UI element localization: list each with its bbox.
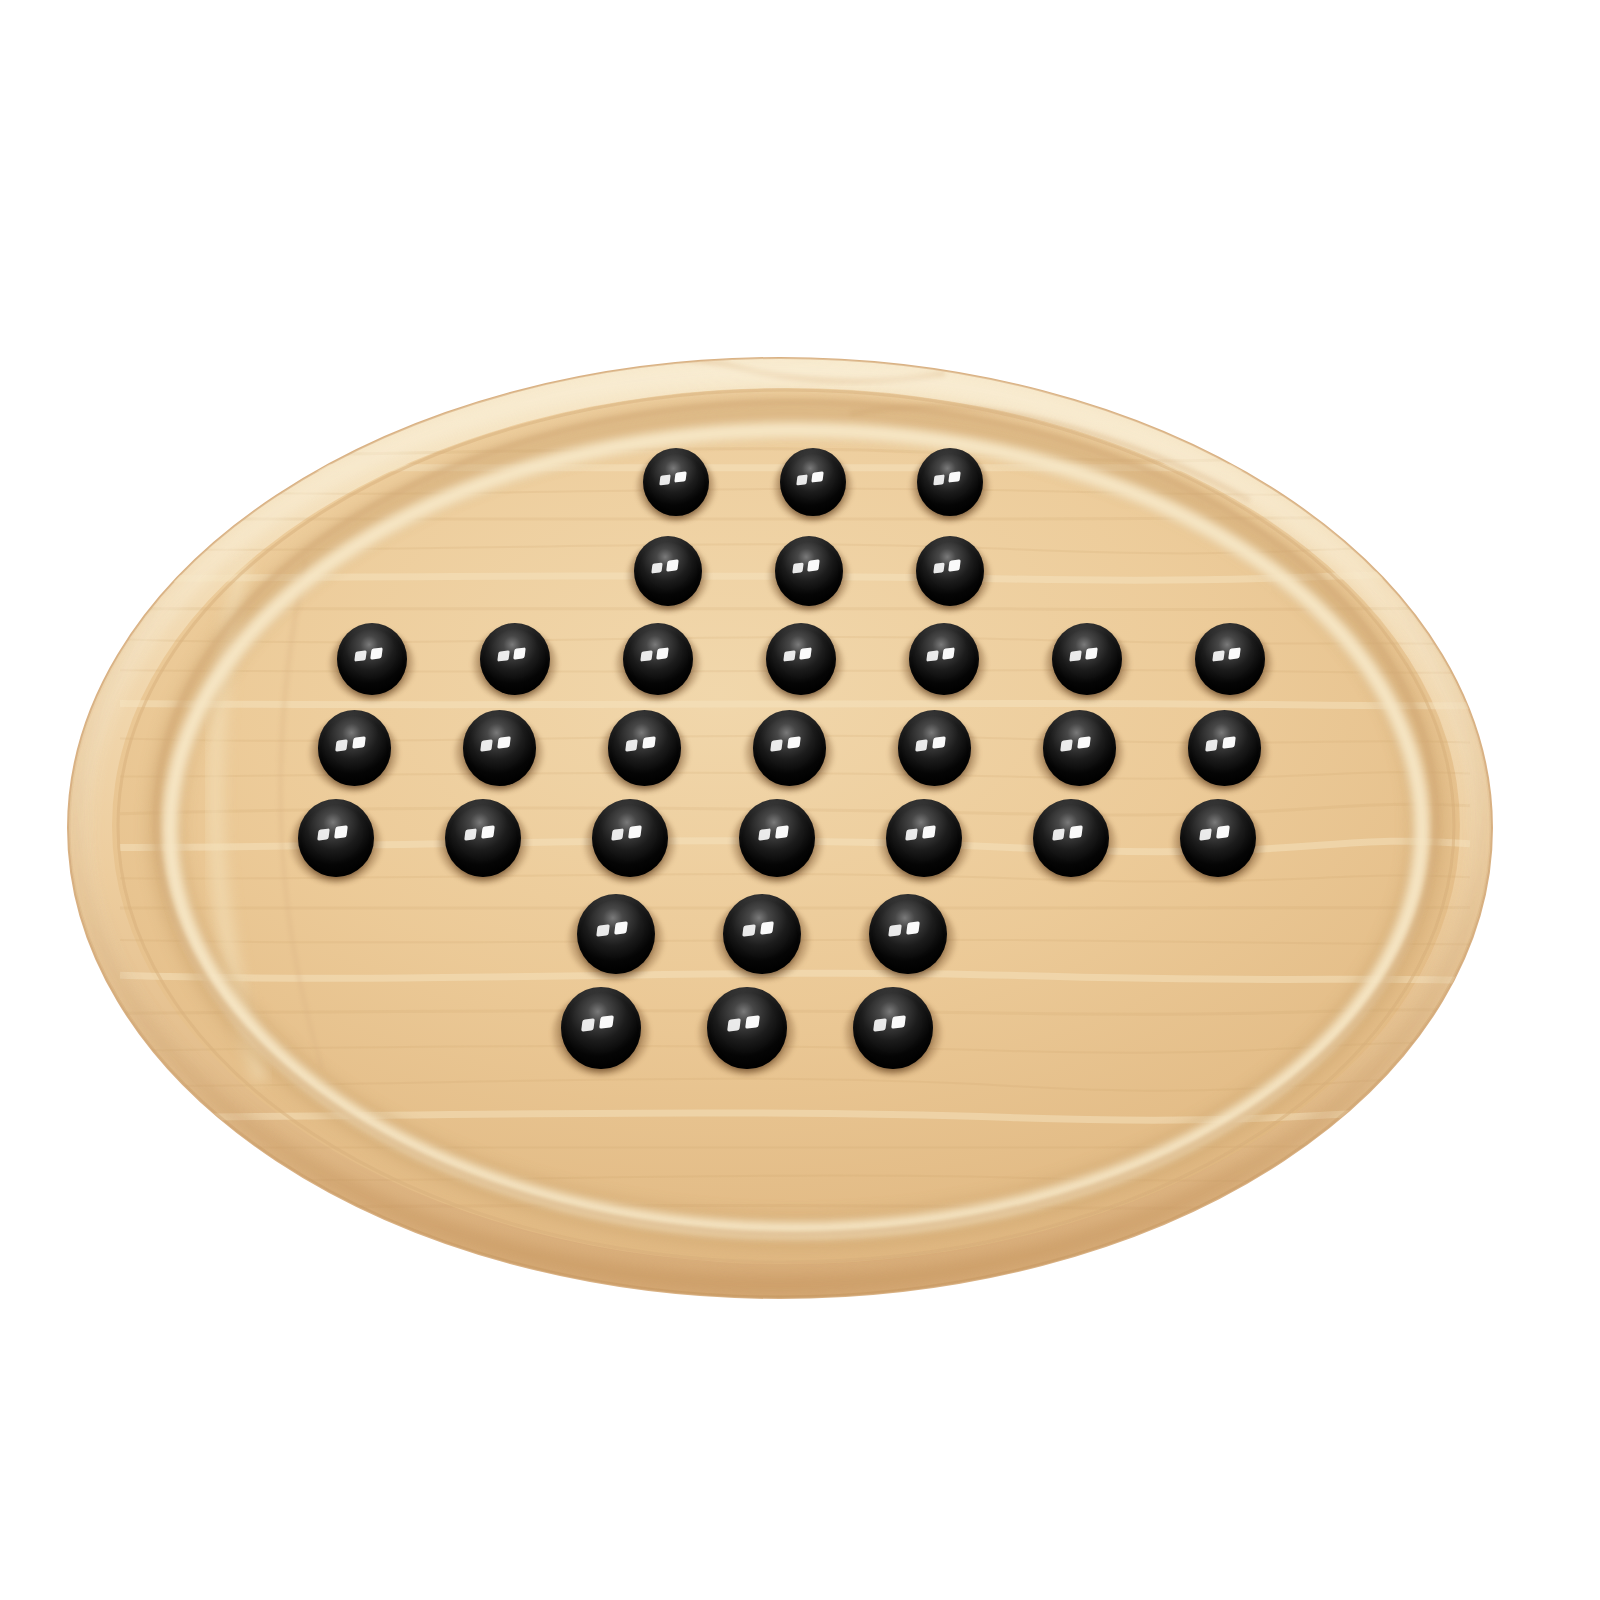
marble-highlight: [787, 736, 800, 749]
marble-highlight: [1069, 826, 1083, 839]
marble-highlight: [916, 739, 929, 751]
marble-highlight: [906, 921, 920, 934]
marble-highlight: [812, 471, 824, 482]
marble-highlight: [317, 829, 330, 841]
marble-r4c5[interactable]: [898, 710, 971, 785]
marble-r5c3[interactable]: [592, 799, 668, 877]
marble-highlight: [758, 829, 771, 841]
marble-highlight: [1212, 650, 1224, 661]
marble-highlight: [949, 560, 961, 572]
marble-highlight: [1222, 736, 1235, 749]
marble-r5c7[interactable]: [1180, 799, 1256, 877]
marble-highlight: [659, 474, 670, 485]
marble-highlight: [1052, 829, 1065, 841]
marble-highlight: [640, 650, 652, 661]
marble-highlight: [642, 736, 655, 749]
marble-highlight: [873, 1018, 887, 1031]
marble-highlight: [745, 1015, 760, 1029]
marble-r5c6[interactable]: [1033, 799, 1109, 877]
marble-highlight: [926, 650, 938, 661]
marble-r7c4[interactable]: [707, 987, 787, 1069]
marble-highlight: [497, 650, 509, 661]
marble-highlight: [1069, 650, 1081, 661]
marble-r3c6[interactable]: [1052, 623, 1122, 695]
marble-r2c4[interactable]: [775, 536, 843, 606]
marble-r3c4[interactable]: [766, 623, 836, 695]
marble-r3c3[interactable]: [623, 623, 693, 695]
marble-r1c5[interactable]: [917, 448, 983, 516]
marble-highlight: [1061, 739, 1074, 751]
marble-highlight: [599, 1015, 614, 1029]
marble-highlight: [1199, 829, 1212, 841]
marble-r2c5[interactable]: [916, 536, 984, 606]
marble-highlight: [651, 563, 663, 574]
marble-highlight: [771, 739, 784, 751]
marble-r7c5[interactable]: [853, 987, 933, 1069]
marble-highlight: [596, 924, 609, 937]
marble-highlight: [799, 648, 812, 660]
marble-r1c4[interactable]: [780, 448, 846, 516]
marble-highlight: [932, 736, 945, 749]
marble-highlight: [675, 471, 687, 482]
marble-highlight: [336, 739, 349, 751]
marble-highlight: [922, 826, 936, 839]
marble-highlight: [775, 826, 789, 839]
marble-highlight: [891, 1015, 906, 1029]
marble-highlight: [742, 924, 755, 937]
marble-highlight: [933, 474, 944, 485]
marble-highlight: [334, 826, 348, 839]
marble-highlight: [370, 648, 383, 660]
marble-highlight: [354, 650, 366, 661]
marble-r5c4[interactable]: [739, 799, 815, 877]
marble-highlight: [905, 829, 918, 841]
marble-r2c3[interactable]: [634, 536, 702, 606]
marble-highlight: [727, 1018, 741, 1031]
marble-r5c1[interactable]: [298, 799, 374, 877]
marble-highlight: [481, 739, 494, 751]
marble-layer: [0, 0, 1600, 1600]
marble-r4c7[interactable]: [1188, 710, 1261, 785]
marble-r6c4[interactable]: [723, 894, 801, 974]
marble-highlight: [1216, 826, 1230, 839]
marble-highlight: [933, 563, 945, 574]
marble-highlight: [513, 648, 526, 660]
marble-r5c5[interactable]: [886, 799, 962, 877]
marble-r3c5[interactable]: [909, 623, 979, 695]
marble-highlight: [760, 921, 774, 934]
marble-highlight: [614, 921, 628, 934]
marble-r6c3[interactable]: [577, 894, 655, 974]
marble-highlight: [942, 648, 955, 660]
marble-highlight: [352, 736, 365, 749]
marble-highlight: [1085, 648, 1098, 660]
marble-highlight: [628, 826, 642, 839]
solitaire-product-photo: [0, 0, 1600, 1600]
marble-r6c5[interactable]: [869, 894, 947, 974]
marble-r1c3[interactable]: [643, 448, 709, 516]
marble-r4c2[interactable]: [463, 710, 536, 785]
marble-r4c3[interactable]: [608, 710, 681, 785]
marble-highlight: [792, 563, 804, 574]
marble-highlight: [481, 826, 495, 839]
marble-r4c4[interactable]: [753, 710, 826, 785]
marble-r3c2[interactable]: [480, 623, 550, 695]
marble-highlight: [464, 829, 477, 841]
marble-highlight: [1077, 736, 1090, 749]
marble-r3c7[interactable]: [1195, 623, 1265, 695]
marble-r4c6[interactable]: [1043, 710, 1116, 785]
marble-r4c1[interactable]: [318, 710, 391, 785]
marble-highlight: [949, 471, 961, 482]
marble-highlight: [783, 650, 795, 661]
marble-highlight: [626, 739, 639, 751]
marble-highlight: [611, 829, 624, 841]
marble-highlight: [667, 560, 679, 572]
marble-r3c1[interactable]: [337, 623, 407, 695]
marble-r5c2[interactable]: [445, 799, 521, 877]
marble-highlight: [808, 560, 820, 572]
marble-highlight: [581, 1018, 595, 1031]
marble-highlight: [1228, 648, 1241, 660]
marble-r7c3[interactable]: [561, 987, 641, 1069]
marble-highlight: [888, 924, 901, 937]
marble-highlight: [1206, 739, 1219, 751]
marble-highlight: [796, 474, 807, 485]
marble-highlight: [497, 736, 510, 749]
marble-highlight: [656, 648, 669, 660]
